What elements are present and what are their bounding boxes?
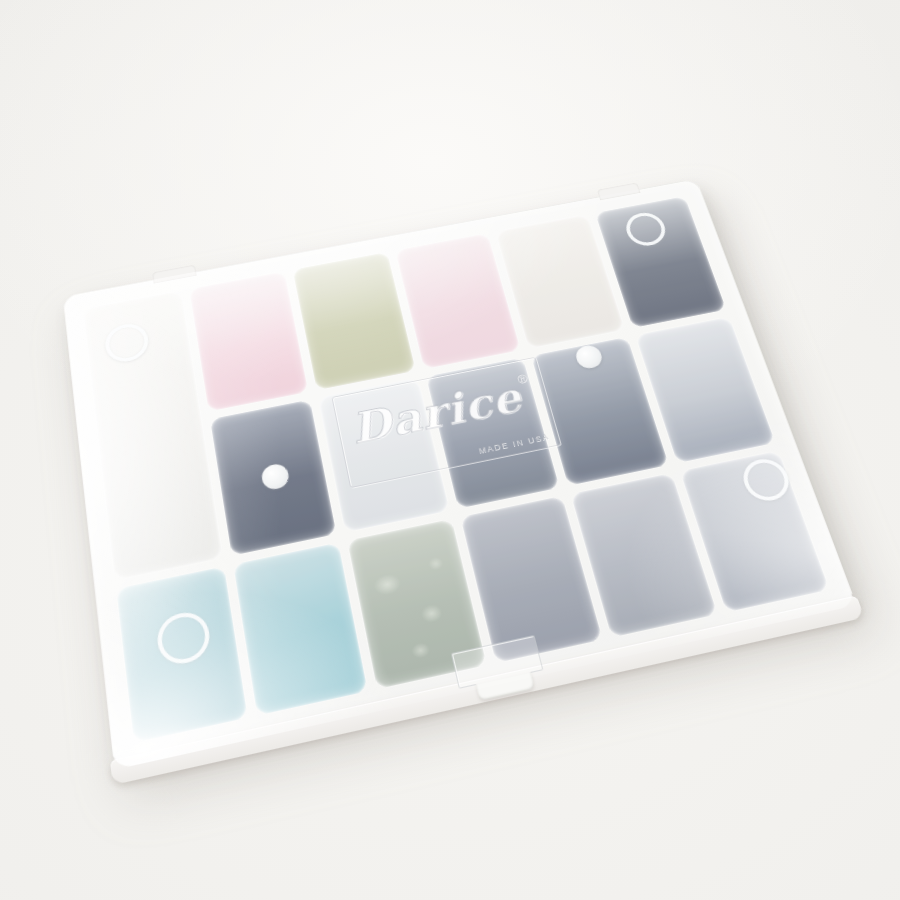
compartment-r1c2	[189, 271, 308, 411]
compartment-r3c2	[233, 542, 368, 715]
organizer-box: Darice® MADE IN USA	[63, 178, 857, 769]
hinge-tab-left	[152, 265, 197, 284]
hinge-tab-right	[597, 182, 641, 200]
scene-background: Darice® MADE IN USA	[0, 0, 900, 900]
compartment-r1c3	[293, 252, 416, 390]
registered-mark-icon: ®	[514, 371, 530, 386]
